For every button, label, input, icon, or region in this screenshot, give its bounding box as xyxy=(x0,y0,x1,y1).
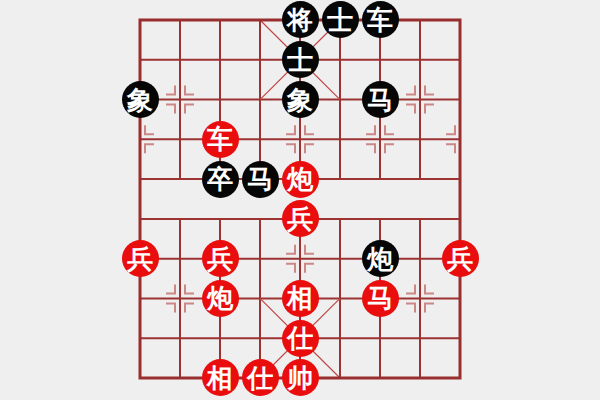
piece-red-pawn[interactable]: 兵 xyxy=(442,240,479,277)
piece-red-advisor[interactable]: 仕 xyxy=(282,320,319,357)
piece-black-general[interactable]: 将 xyxy=(282,1,319,38)
piece-black-advisor[interactable]: 士 xyxy=(282,41,319,78)
piece-red-king[interactable]: 帅 xyxy=(282,359,319,396)
piece-black-elephant[interactable]: 象 xyxy=(282,81,319,118)
piece-black-pawn[interactable]: 卒 xyxy=(202,161,239,198)
piece-black-advisor[interactable]: 士 xyxy=(322,1,359,38)
piece-red-chariot[interactable]: 车 xyxy=(202,121,239,158)
piece-red-advisor[interactable]: 仕 xyxy=(242,359,279,396)
piece-red-cannon[interactable]: 炮 xyxy=(202,280,239,317)
xiangqi-app: 将士车士象象马车卒马炮兵兵兵炮兵炮相马仕相仕帅 xyxy=(0,0,600,400)
piece-black-horse[interactable]: 马 xyxy=(362,81,399,118)
piece-red-cannon[interactable]: 炮 xyxy=(282,161,319,198)
piece-black-chariot[interactable]: 车 xyxy=(362,1,399,38)
xiangqi-board[interactable]: 将士车士象象马车卒马炮兵兵兵炮兵炮相马仕相仕帅 xyxy=(120,0,480,398)
piece-red-pawn[interactable]: 兵 xyxy=(282,200,319,237)
piece-red-pawn[interactable]: 兵 xyxy=(202,240,239,277)
piece-black-elephant[interactable]: 象 xyxy=(122,81,159,118)
piece-red-elephant[interactable]: 相 xyxy=(202,359,239,396)
piece-red-pawn[interactable]: 兵 xyxy=(122,240,159,277)
piece-black-horse[interactable]: 马 xyxy=(242,161,279,198)
piece-red-horse[interactable]: 马 xyxy=(362,280,399,317)
piece-black-cannon[interactable]: 炮 xyxy=(362,240,399,277)
piece-red-elephant[interactable]: 相 xyxy=(282,280,319,317)
